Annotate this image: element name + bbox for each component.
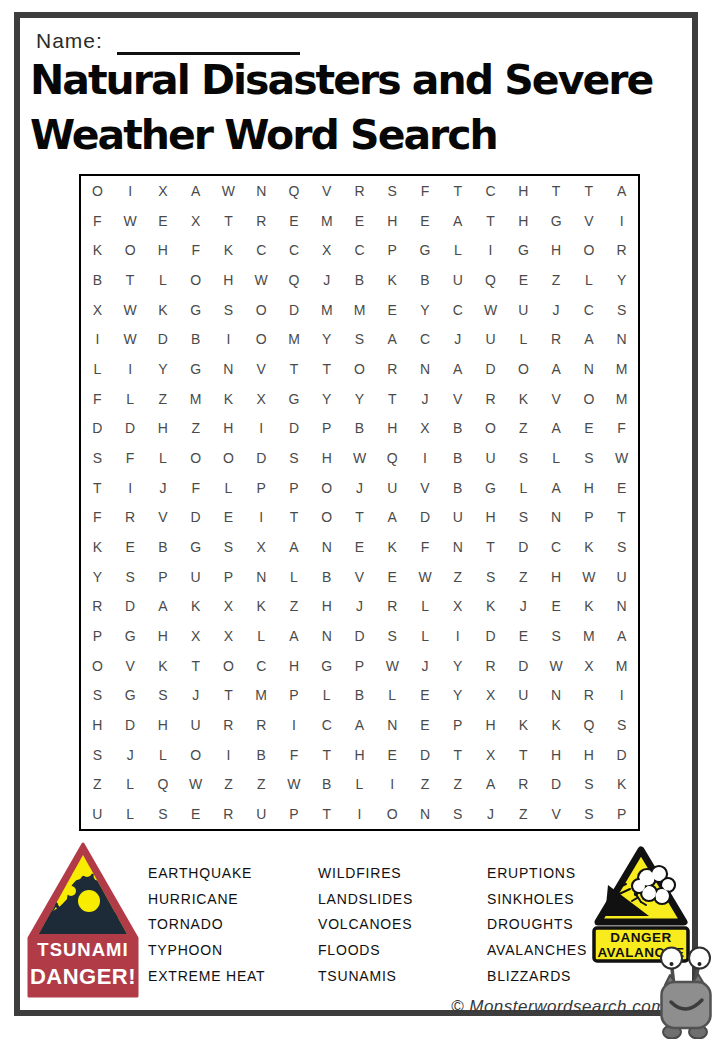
grid-cell-r17c13[interactable]: R [474, 651, 507, 681]
grid-cell-r7c11[interactable]: N [409, 354, 442, 384]
grid-cell-r13c17[interactable]: S [605, 532, 638, 562]
grid-cell-r21c6[interactable]: Z [245, 770, 278, 800]
grid-cell-r1c14[interactable]: H [507, 176, 540, 206]
grid-cell-r18c8[interactable]: L [310, 681, 343, 711]
grid-cell-r2c4[interactable]: X [179, 206, 212, 236]
grid-cell-r21c11[interactable]: Z [409, 770, 442, 800]
grid-cell-r16c5[interactable]: X [212, 621, 245, 651]
grid-cell-r21c17[interactable]: K [605, 770, 638, 800]
grid-cell-r7c3[interactable]: Y [147, 354, 180, 384]
grid-cell-r7c10[interactable]: R [376, 354, 409, 384]
grid-cell-r22c12[interactable]: S [441, 799, 474, 829]
grid-cell-r6c10[interactable]: A [376, 324, 409, 354]
grid-cell-r14c9[interactable]: V [343, 562, 376, 592]
grid-cell-r11c5[interactable]: L [212, 473, 245, 503]
grid-cell-r8c12[interactable]: V [441, 384, 474, 414]
grid-cell-r11c3[interactable]: J [147, 473, 180, 503]
grid-cell-r22c4[interactable]: E [179, 799, 212, 829]
grid-cell-r5c17[interactable]: S [605, 295, 638, 325]
grid-cell-r8c13[interactable]: R [474, 384, 507, 414]
grid-cell-r3c10[interactable]: P [376, 235, 409, 265]
grid-cell-r1c9[interactable]: R [343, 176, 376, 206]
grid-cell-r20c5[interactable]: I [212, 740, 245, 770]
grid-cell-r13c6[interactable]: X [245, 532, 278, 562]
grid-cell-r3c11[interactable]: G [409, 235, 442, 265]
grid-cell-r15c16[interactable]: K [572, 592, 605, 622]
grid-cell-r8c2[interactable]: L [114, 384, 147, 414]
grid-cell-r4c7[interactable]: Q [278, 265, 311, 295]
grid-cell-r5c13[interactable]: W [474, 295, 507, 325]
grid-cell-r6c4[interactable]: B [179, 324, 212, 354]
grid-cell-r5c15[interactable]: J [540, 295, 573, 325]
grid-cell-r13c1[interactable]: K [81, 532, 114, 562]
grid-cell-r17c6[interactable]: C [245, 651, 278, 681]
grid-cell-r10c11[interactable]: I [409, 443, 442, 473]
grid-cell-r6c16[interactable]: A [572, 324, 605, 354]
grid-cell-r18c17[interactable]: I [605, 681, 638, 711]
grid-cell-r20c16[interactable]: H [572, 740, 605, 770]
grid-cell-r9c2[interactable]: D [114, 413, 147, 443]
grid-cell-r8c4[interactable]: M [179, 384, 212, 414]
grid-cell-r21c7[interactable]: W [278, 770, 311, 800]
grid-cell-r18c13[interactable]: X [474, 681, 507, 711]
grid-cell-r17c17[interactable]: M [605, 651, 638, 681]
grid-cell-r20c13[interactable]: X [474, 740, 507, 770]
grid-cell-r11c12[interactable]: B [441, 473, 474, 503]
grid-cell-r2c1[interactable]: F [81, 206, 114, 236]
grid-cell-r21c8[interactable]: B [310, 770, 343, 800]
grid-cell-r11c4[interactable]: F [179, 473, 212, 503]
grid-cell-r22c15[interactable]: V [540, 799, 573, 829]
grid-cell-r17c1[interactable]: O [81, 651, 114, 681]
grid-cell-r14c12[interactable]: Z [441, 562, 474, 592]
grid-cell-r14c10[interactable]: E [376, 562, 409, 592]
grid-cell-r7c15[interactable]: A [540, 354, 573, 384]
grid-cell-r15c2[interactable]: D [114, 592, 147, 622]
grid-cell-r15c4[interactable]: K [179, 592, 212, 622]
grid-cell-r21c1[interactable]: Z [81, 770, 114, 800]
grid-cell-r6c6[interactable]: O [245, 324, 278, 354]
grid-cell-r20c6[interactable]: B [245, 740, 278, 770]
grid-cell-r15c1[interactable]: R [81, 592, 114, 622]
grid-cell-r19c5[interactable]: R [212, 710, 245, 740]
grid-cell-r1c17[interactable]: A [605, 176, 638, 206]
grid-cell-r8c10[interactable]: T [376, 384, 409, 414]
grid-cell-r7c14[interactable]: O [507, 354, 540, 384]
grid-cell-r18c16[interactable]: R [572, 681, 605, 711]
grid-cell-r11c15[interactable]: A [540, 473, 573, 503]
grid-cell-r10c17[interactable]: W [605, 443, 638, 473]
grid-cell-r19c11[interactable]: E [409, 710, 442, 740]
grid-cell-r11c2[interactable]: I [114, 473, 147, 503]
grid-cell-r12c16[interactable]: P [572, 502, 605, 532]
grid-cell-r4c16[interactable]: L [572, 265, 605, 295]
grid-cell-r4c6[interactable]: W [245, 265, 278, 295]
grid-cell-r18c4[interactable]: J [179, 681, 212, 711]
grid-cell-r13c14[interactable]: D [507, 532, 540, 562]
grid-cell-r14c4[interactable]: U [179, 562, 212, 592]
grid-cell-r12c11[interactable]: D [409, 502, 442, 532]
grid-cell-r11c6[interactable]: P [245, 473, 278, 503]
grid-cell-r15c12[interactable]: X [441, 592, 474, 622]
grid-cell-r15c13[interactable]: K [474, 592, 507, 622]
grid-cell-r21c13[interactable]: A [474, 770, 507, 800]
grid-cell-r16c2[interactable]: G [114, 621, 147, 651]
grid-cell-r22c6[interactable]: U [245, 799, 278, 829]
grid-cell-r3c2[interactable]: O [114, 235, 147, 265]
grid-cell-r20c8[interactable]: T [310, 740, 343, 770]
grid-cell-r9c11[interactable]: X [409, 413, 442, 443]
grid-cell-r10c10[interactable]: Q [376, 443, 409, 473]
grid-cell-r9c14[interactable]: Z [507, 413, 540, 443]
grid-cell-r17c12[interactable]: Y [441, 651, 474, 681]
grid-cell-r2c16[interactable]: V [572, 206, 605, 236]
grid-cell-r10c15[interactable]: L [540, 443, 573, 473]
grid-cell-r10c3[interactable]: L [147, 443, 180, 473]
grid-cell-r5c5[interactable]: S [212, 295, 245, 325]
grid-cell-r12c8[interactable]: O [310, 502, 343, 532]
grid-cell-r12c13[interactable]: H [474, 502, 507, 532]
grid-cell-r16c10[interactable]: S [376, 621, 409, 651]
grid-cell-r1c15[interactable]: T [540, 176, 573, 206]
grid-cell-r9c13[interactable]: O [474, 413, 507, 443]
grid-cell-r7c9[interactable]: O [343, 354, 376, 384]
grid-cell-r15c11[interactable]: L [409, 592, 442, 622]
grid-cell-r22c7[interactable]: P [278, 799, 311, 829]
grid-cell-r19c2[interactable]: D [114, 710, 147, 740]
grid-cell-r14c5[interactable]: P [212, 562, 245, 592]
grid-cell-r1c11[interactable]: F [409, 176, 442, 206]
grid-cell-r9c7[interactable]: D [278, 413, 311, 443]
grid-cell-r8c16[interactable]: O [572, 384, 605, 414]
grid-cell-r3c13[interactable]: I [474, 235, 507, 265]
grid-cell-r12c4[interactable]: D [179, 502, 212, 532]
grid-cell-r19c3[interactable]: H [147, 710, 180, 740]
grid-cell-r16c1[interactable]: P [81, 621, 114, 651]
grid-cell-r7c2[interactable]: I [114, 354, 147, 384]
grid-cell-r14c1[interactable]: Y [81, 562, 114, 592]
grid-cell-r18c15[interactable]: N [540, 681, 573, 711]
grid-cell-r21c12[interactable]: Z [441, 770, 474, 800]
grid-cell-r4c12[interactable]: U [441, 265, 474, 295]
grid-cell-r6c2[interactable]: W [114, 324, 147, 354]
grid-cell-r2c6[interactable]: R [245, 206, 278, 236]
grid-cell-r17c14[interactable]: D [507, 651, 540, 681]
grid-cell-r1c6[interactable]: N [245, 176, 278, 206]
grid-cell-r2c17[interactable]: I [605, 206, 638, 236]
grid-cell-r9c8[interactable]: P [310, 413, 343, 443]
grid-cell-r11c1[interactable]: T [81, 473, 114, 503]
grid-cell-r20c7[interactable]: F [278, 740, 311, 770]
grid-cell-r9c16[interactable]: E [572, 413, 605, 443]
grid-cell-r14c15[interactable]: H [540, 562, 573, 592]
grid-cell-r4c14[interactable]: E [507, 265, 540, 295]
grid-cell-r6c5[interactable]: I [212, 324, 245, 354]
grid-cell-r4c3[interactable]: L [147, 265, 180, 295]
grid-cell-r2c2[interactable]: W [114, 206, 147, 236]
grid-cell-r5c3[interactable]: K [147, 295, 180, 325]
grid-cell-r13c9[interactable]: E [343, 532, 376, 562]
grid-cell-r13c10[interactable]: K [376, 532, 409, 562]
grid-cell-r9c3[interactable]: H [147, 413, 180, 443]
grid-cell-r12c10[interactable]: A [376, 502, 409, 532]
grid-cell-r13c13[interactable]: T [474, 532, 507, 562]
grid-cell-r22c2[interactable]: L [114, 799, 147, 829]
grid-cell-r7c1[interactable]: L [81, 354, 114, 384]
grid-cell-r8c9[interactable]: Y [343, 384, 376, 414]
grid-cell-r1c13[interactable]: C [474, 176, 507, 206]
grid-cell-r16c7[interactable]: A [278, 621, 311, 651]
grid-cell-r19c8[interactable]: C [310, 710, 343, 740]
grid-cell-r8c8[interactable]: Y [310, 384, 343, 414]
grid-cell-r2c13[interactable]: T [474, 206, 507, 236]
grid-cell-r11c10[interactable]: U [376, 473, 409, 503]
grid-cell-r20c12[interactable]: T [441, 740, 474, 770]
grid-cell-r14c17[interactable]: U [605, 562, 638, 592]
grid-cell-r22c8[interactable]: T [310, 799, 343, 829]
grid-cell-r20c10[interactable]: E [376, 740, 409, 770]
grid-cell-r5c9[interactable]: M [343, 295, 376, 325]
grid-cell-r18c2[interactable]: G [114, 681, 147, 711]
grid-cell-r15c17[interactable]: N [605, 592, 638, 622]
grid-cell-r16c14[interactable]: E [507, 621, 540, 651]
grid-cell-r19c13[interactable]: H [474, 710, 507, 740]
grid-cell-r10c12[interactable]: B [441, 443, 474, 473]
grid-cell-r8c3[interactable]: Z [147, 384, 180, 414]
grid-cell-r12c5[interactable]: E [212, 502, 245, 532]
grid-cell-r7c6[interactable]: V [245, 354, 278, 384]
grid-cell-r3c4[interactable]: F [179, 235, 212, 265]
grid-cell-r7c12[interactable]: A [441, 354, 474, 384]
grid-cell-r21c14[interactable]: R [507, 770, 540, 800]
grid-cell-r21c3[interactable]: Q [147, 770, 180, 800]
grid-cell-r17c16[interactable]: X [572, 651, 605, 681]
grid-cell-r16c15[interactable]: S [540, 621, 573, 651]
grid-cell-r7c16[interactable]: N [572, 354, 605, 384]
grid-cell-r15c7[interactable]: Z [278, 592, 311, 622]
grid-cell-r14c16[interactable]: W [572, 562, 605, 592]
grid-cell-r11c14[interactable]: L [507, 473, 540, 503]
grid-cell-r22c16[interactable]: S [572, 799, 605, 829]
grid-cell-r19c10[interactable]: N [376, 710, 409, 740]
grid-cell-r20c2[interactable]: J [114, 740, 147, 770]
grid-cell-r21c2[interactable]: L [114, 770, 147, 800]
grid-cell-r4c17[interactable]: Y [605, 265, 638, 295]
grid-cell-r1c2[interactable]: I [114, 176, 147, 206]
grid-cell-r14c13[interactable]: S [474, 562, 507, 592]
grid-cell-r17c3[interactable]: K [147, 651, 180, 681]
grid-cell-r20c11[interactable]: D [409, 740, 442, 770]
grid-cell-r3c9[interactable]: C [343, 235, 376, 265]
grid-cell-r2c10[interactable]: H [376, 206, 409, 236]
grid-cell-r3c16[interactable]: O [572, 235, 605, 265]
grid-cell-r3c3[interactable]: H [147, 235, 180, 265]
grid-cell-r10c8[interactable]: H [310, 443, 343, 473]
grid-cell-r10c6[interactable]: D [245, 443, 278, 473]
grid-cell-r1c3[interactable]: X [147, 176, 180, 206]
grid-cell-r10c1[interactable]: S [81, 443, 114, 473]
grid-cell-r22c9[interactable]: I [343, 799, 376, 829]
grid-cell-r9c15[interactable]: A [540, 413, 573, 443]
grid-cell-r6c13[interactable]: U [474, 324, 507, 354]
grid-cell-r13c7[interactable]: A [278, 532, 311, 562]
grid-cell-r4c1[interactable]: B [81, 265, 114, 295]
grid-cell-r15c8[interactable]: H [310, 592, 343, 622]
grid-cell-r2c9[interactable]: E [343, 206, 376, 236]
grid-cell-r12c2[interactable]: R [114, 502, 147, 532]
grid-cell-r19c16[interactable]: Q [572, 710, 605, 740]
grid-cell-r20c3[interactable]: L [147, 740, 180, 770]
grid-cell-r7c4[interactable]: G [179, 354, 212, 384]
grid-cell-r17c5[interactable]: O [212, 651, 245, 681]
grid-cell-r8c15[interactable]: V [540, 384, 573, 414]
grid-cell-r6c3[interactable]: D [147, 324, 180, 354]
grid-cell-r12c6[interactable]: I [245, 502, 278, 532]
grid-cell-r10c9[interactable]: W [343, 443, 376, 473]
grid-cell-r19c9[interactable]: A [343, 710, 376, 740]
grid-cell-r4c2[interactable]: T [114, 265, 147, 295]
grid-cell-r8c11[interactable]: J [409, 384, 442, 414]
grid-cell-r17c11[interactable]: J [409, 651, 442, 681]
grid-cell-r7c13[interactable]: D [474, 354, 507, 384]
grid-cell-r15c9[interactable]: J [343, 592, 376, 622]
grid-cell-r6c9[interactable]: S [343, 324, 376, 354]
grid-cell-r17c10[interactable]: W [376, 651, 409, 681]
grid-cell-r3c7[interactable]: C [278, 235, 311, 265]
grid-cell-r5c16[interactable]: C [572, 295, 605, 325]
grid-cell-r15c3[interactable]: A [147, 592, 180, 622]
grid-cell-r21c5[interactable]: Z [212, 770, 245, 800]
grid-cell-r3c1[interactable]: K [81, 235, 114, 265]
grid-cell-r22c5[interactable]: R [212, 799, 245, 829]
grid-cell-r21c9[interactable]: L [343, 770, 376, 800]
grid-cell-r18c9[interactable]: B [343, 681, 376, 711]
grid-cell-r14c8[interactable]: B [310, 562, 343, 592]
grid-cell-r14c7[interactable]: L [278, 562, 311, 592]
grid-cell-r22c1[interactable]: U [81, 799, 114, 829]
grid-cell-r8c5[interactable]: K [212, 384, 245, 414]
grid-cell-r10c2[interactable]: F [114, 443, 147, 473]
grid-cell-r19c14[interactable]: K [507, 710, 540, 740]
grid-cell-r6c8[interactable]: Y [310, 324, 343, 354]
grid-cell-r16c11[interactable]: L [409, 621, 442, 651]
grid-cell-r14c14[interactable]: Z [507, 562, 540, 592]
grid-cell-r17c4[interactable]: T [179, 651, 212, 681]
grid-cell-r8c17[interactable]: M [605, 384, 638, 414]
grid-cell-r3c8[interactable]: X [310, 235, 343, 265]
grid-cell-r18c5[interactable]: T [212, 681, 245, 711]
grid-cell-r13c16[interactable]: K [572, 532, 605, 562]
grid-cell-r10c7[interactable]: S [278, 443, 311, 473]
grid-cell-r9c10[interactable]: H [376, 413, 409, 443]
grid-cell-r12c12[interactable]: U [441, 502, 474, 532]
grid-cell-r6c14[interactable]: L [507, 324, 540, 354]
grid-cell-r16c13[interactable]: D [474, 621, 507, 651]
grid-cell-r19c4[interactable]: U [179, 710, 212, 740]
grid-cell-r19c12[interactable]: P [441, 710, 474, 740]
grid-cell-r11c17[interactable]: E [605, 473, 638, 503]
grid-cell-r6c17[interactable]: N [605, 324, 638, 354]
grid-cell-r2c12[interactable]: A [441, 206, 474, 236]
grid-cell-r3c5[interactable]: K [212, 235, 245, 265]
grid-cell-r4c8[interactable]: J [310, 265, 343, 295]
grid-cell-r8c7[interactable]: G [278, 384, 311, 414]
grid-cell-r15c15[interactable]: E [540, 592, 573, 622]
grid-cell-r6c15[interactable]: R [540, 324, 573, 354]
grid-cell-r16c12[interactable]: I [441, 621, 474, 651]
grid-cell-r2c3[interactable]: E [147, 206, 180, 236]
grid-cell-r18c14[interactable]: U [507, 681, 540, 711]
grid-cell-r4c4[interactable]: O [179, 265, 212, 295]
grid-cell-r2c7[interactable]: E [278, 206, 311, 236]
grid-cell-r5c6[interactable]: O [245, 295, 278, 325]
grid-cell-r22c17[interactable]: P [605, 799, 638, 829]
grid-cell-r5c4[interactable]: G [179, 295, 212, 325]
grid-cell-r22c3[interactable]: S [147, 799, 180, 829]
grid-cell-r5c1[interactable]: X [81, 295, 114, 325]
grid-cell-r14c2[interactable]: S [114, 562, 147, 592]
grid-cell-r20c17[interactable]: D [605, 740, 638, 770]
grid-cell-r22c13[interactable]: J [474, 799, 507, 829]
grid-cell-r11c8[interactable]: O [310, 473, 343, 503]
grid-cell-r1c5[interactable]: W [212, 176, 245, 206]
grid-cell-r22c14[interactable]: Z [507, 799, 540, 829]
grid-cell-r4c10[interactable]: K [376, 265, 409, 295]
grid-cell-r12c1[interactable]: F [81, 502, 114, 532]
grid-cell-r13c2[interactable]: E [114, 532, 147, 562]
grid-cell-r15c6[interactable]: K [245, 592, 278, 622]
grid-cell-r16c9[interactable]: D [343, 621, 376, 651]
grid-cell-r21c10[interactable]: I [376, 770, 409, 800]
grid-cell-r13c11[interactable]: F [409, 532, 442, 562]
grid-cell-r19c1[interactable]: H [81, 710, 114, 740]
grid-cell-r12c7[interactable]: T [278, 502, 311, 532]
grid-cell-r15c14[interactable]: J [507, 592, 540, 622]
grid-cell-r1c10[interactable]: S [376, 176, 409, 206]
grid-cell-r18c11[interactable]: E [409, 681, 442, 711]
grid-cell-r7c5[interactable]: N [212, 354, 245, 384]
grid-cell-r18c7[interactable]: P [278, 681, 311, 711]
grid-cell-r11c13[interactable]: G [474, 473, 507, 503]
grid-cell-r8c6[interactable]: X [245, 384, 278, 414]
grid-cell-r6c12[interactable]: J [441, 324, 474, 354]
grid-cell-r18c3[interactable]: S [147, 681, 180, 711]
grid-cell-r15c10[interactable]: R [376, 592, 409, 622]
grid-cell-r18c12[interactable]: Y [441, 681, 474, 711]
grid-cell-r3c12[interactable]: L [441, 235, 474, 265]
grid-cell-r20c9[interactable]: H [343, 740, 376, 770]
grid-cell-r1c7[interactable]: Q [278, 176, 311, 206]
grid-cell-r22c10[interactable]: O [376, 799, 409, 829]
grid-cell-r18c1[interactable]: S [81, 681, 114, 711]
grid-cell-r16c8[interactable]: N [310, 621, 343, 651]
grid-cell-r13c3[interactable]: B [147, 532, 180, 562]
grid-cell-r12c3[interactable]: V [147, 502, 180, 532]
grid-cell-r5c8[interactable]: M [310, 295, 343, 325]
grid-cell-r10c13[interactable]: U [474, 443, 507, 473]
grid-cell-r12c14[interactable]: S [507, 502, 540, 532]
grid-cell-r17c9[interactable]: P [343, 651, 376, 681]
grid-cell-r20c14[interactable]: T [507, 740, 540, 770]
grid-cell-r9c1[interactable]: D [81, 413, 114, 443]
grid-cell-r19c15[interactable]: K [540, 710, 573, 740]
grid-cell-r7c8[interactable]: T [310, 354, 343, 384]
grid-cell-r14c6[interactable]: N [245, 562, 278, 592]
grid-cell-r20c4[interactable]: O [179, 740, 212, 770]
grid-cell-r7c17[interactable]: M [605, 354, 638, 384]
grid-cell-r17c15[interactable]: W [540, 651, 573, 681]
grid-cell-r3c14[interactable]: G [507, 235, 540, 265]
